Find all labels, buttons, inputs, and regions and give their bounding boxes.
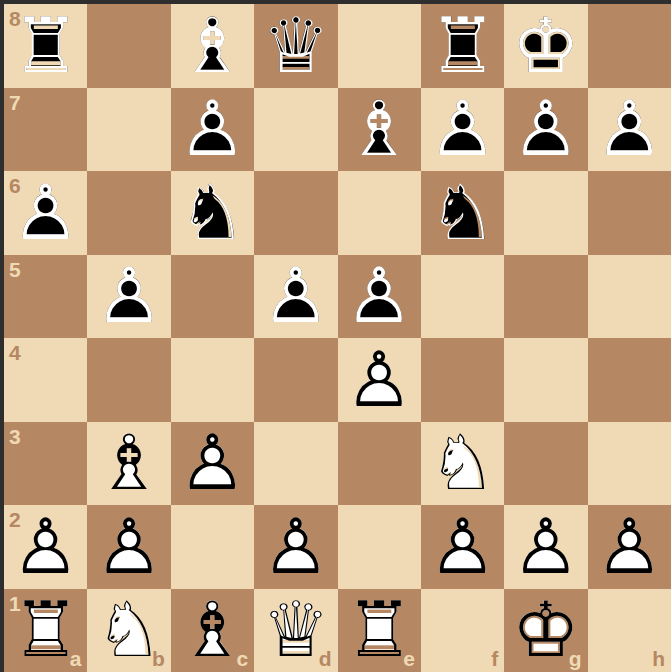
square-a7[interactable]: 7 — [4, 88, 87, 172]
square-a3[interactable]: 3 — [4, 422, 87, 506]
square-f7[interactable]: ♟♙ — [421, 88, 504, 172]
square-g4[interactable] — [504, 338, 587, 422]
square-g6[interactable] — [504, 171, 587, 255]
file-label-h: h — [652, 648, 665, 669]
square-c4[interactable] — [171, 338, 254, 422]
black-knight-icon[interactable]: ♞♘ — [171, 171, 254, 255]
white-pawn-outline: ♙ — [338, 338, 421, 422]
square-f1[interactable]: f — [421, 589, 504, 672]
white-bishop-outline: ♗ — [87, 422, 170, 506]
square-h1[interactable]: h — [588, 589, 671, 672]
white-rook-outline: ♖ — [338, 589, 421, 672]
square-a1[interactable]: 1a♜♖ — [4, 589, 87, 672]
white-rook-outline: ♖ — [4, 589, 87, 672]
white-pawn-icon[interactable]: ♟♙ — [254, 505, 337, 589]
square-d8[interactable]: ♛♕ — [254, 4, 337, 88]
black-pawn-icon[interactable]: ♟♙ — [87, 255, 170, 339]
white-king-icon[interactable]: ♚♔ — [504, 589, 587, 672]
square-d6[interactable] — [254, 171, 337, 255]
square-c3[interactable]: ♟♙ — [171, 422, 254, 506]
square-b7[interactable] — [87, 88, 170, 172]
white-rook-icon[interactable]: ♜♖ — [338, 589, 421, 672]
black-pawn-outline: ♙ — [171, 88, 254, 172]
square-f3[interactable]: ♞♘ — [421, 422, 504, 506]
black-bishop-outline: ♗ — [171, 4, 254, 88]
square-h2[interactable]: ♟♙ — [588, 505, 671, 589]
square-b4[interactable] — [87, 338, 170, 422]
black-king-outline: ♔ — [504, 4, 587, 88]
square-h5[interactable] — [588, 255, 671, 339]
white-knight-icon[interactable]: ♞♘ — [87, 589, 170, 672]
white-pawn-icon[interactable]: ♟♙ — [171, 422, 254, 506]
square-f4[interactable] — [421, 338, 504, 422]
black-king-icon[interactable]: ♚♔ — [504, 4, 587, 88]
white-bishop-icon[interactable]: ♝♗ — [171, 589, 254, 672]
square-e3[interactable] — [338, 422, 421, 506]
rank-label-4: 4 — [9, 342, 21, 363]
square-h4[interactable] — [588, 338, 671, 422]
square-b8[interactable] — [87, 4, 170, 88]
black-pawn-icon[interactable]: ♟♙ — [588, 88, 671, 172]
white-knight-outline: ♘ — [87, 589, 170, 672]
file-label-f: f — [491, 648, 498, 669]
black-pawn-icon[interactable]: ♟♙ — [171, 88, 254, 172]
square-b6[interactable] — [87, 171, 170, 255]
white-queen-icon[interactable]: ♛♕ — [254, 589, 337, 672]
white-pawn-outline: ♙ — [588, 505, 671, 589]
square-a4[interactable]: 4 — [4, 338, 87, 422]
black-queen-outline: ♕ — [254, 4, 337, 88]
square-c2[interactable] — [171, 505, 254, 589]
square-h6[interactable] — [588, 171, 671, 255]
white-bishop-icon[interactable]: ♝♗ — [87, 422, 170, 506]
square-d5[interactable]: ♟♙ — [254, 255, 337, 339]
black-knight-outline: ♘ — [421, 171, 504, 255]
black-pawn-outline: ♙ — [338, 255, 421, 339]
white-king-outline: ♔ — [504, 589, 587, 672]
square-f8[interactable]: ♜♖ — [421, 4, 504, 88]
square-g2[interactable]: ♟♙ — [504, 505, 587, 589]
square-b5[interactable]: ♟♙ — [87, 255, 170, 339]
square-h7[interactable]: ♟♙ — [588, 88, 671, 172]
square-e7[interactable]: ♝♗ — [338, 88, 421, 172]
square-d7[interactable] — [254, 88, 337, 172]
white-pawn-icon[interactable]: ♟♙ — [4, 505, 87, 589]
square-a2[interactable]: 2♟♙ — [4, 505, 87, 589]
square-h8[interactable] — [588, 4, 671, 88]
black-rook-outline: ♖ — [4, 4, 87, 88]
square-h3[interactable] — [588, 422, 671, 506]
square-f6[interactable]: ♞♘ — [421, 171, 504, 255]
white-knight-outline: ♘ — [421, 422, 504, 506]
white-pawn-outline: ♙ — [171, 422, 254, 506]
square-f5[interactable] — [421, 255, 504, 339]
black-rook-icon[interactable]: ♜♖ — [421, 4, 504, 88]
square-c6[interactable]: ♞♘ — [171, 171, 254, 255]
black-knight-icon[interactable]: ♞♘ — [421, 171, 504, 255]
black-pawn-outline: ♙ — [4, 171, 87, 255]
black-rook-outline: ♖ — [421, 4, 504, 88]
square-e2[interactable] — [338, 505, 421, 589]
square-d3[interactable] — [254, 422, 337, 506]
white-pawn-outline: ♙ — [87, 505, 170, 589]
black-pawn-outline: ♙ — [254, 255, 337, 339]
black-bishop-icon[interactable]: ♝♗ — [171, 4, 254, 88]
white-pawn-icon[interactable]: ♟♙ — [87, 505, 170, 589]
square-a5[interactable]: 5 — [4, 255, 87, 339]
square-c5[interactable] — [171, 255, 254, 339]
black-queen-icon[interactable]: ♛♕ — [254, 4, 337, 88]
white-pawn-outline: ♙ — [4, 505, 87, 589]
square-c7[interactable]: ♟♙ — [171, 88, 254, 172]
board-frame: 8♜♖♝♗♛♕♜♖♚♔7♟♙♝♗♟♙♟♙♟♙6♟♙♞♘♞♘5♟♙♟♙♟♙4♟♙3… — [0, 0, 671, 672]
square-g7[interactable]: ♟♙ — [504, 88, 587, 172]
square-f2[interactable]: ♟♙ — [421, 505, 504, 589]
white-pawn-icon[interactable]: ♟♙ — [504, 505, 587, 589]
black-pawn-icon[interactable]: ♟♙ — [421, 88, 504, 172]
rank-label-3: 3 — [9, 426, 21, 447]
black-bishop-outline: ♗ — [338, 88, 421, 172]
square-b3[interactable]: ♝♗ — [87, 422, 170, 506]
rank-label-7: 7 — [9, 92, 21, 113]
black-pawn-outline: ♙ — [588, 88, 671, 172]
white-pawn-icon[interactable]: ♟♙ — [338, 338, 421, 422]
square-e6[interactable] — [338, 171, 421, 255]
square-b1[interactable]: b♞♘ — [87, 589, 170, 672]
black-pawn-icon[interactable]: ♟♙ — [504, 88, 587, 172]
black-pawn-outline: ♙ — [421, 88, 504, 172]
square-g5[interactable] — [504, 255, 587, 339]
rank-label-5: 5 — [9, 259, 21, 280]
square-a8[interactable]: 8♜♖ — [4, 4, 87, 88]
square-d1[interactable]: d♛♕ — [254, 589, 337, 672]
white-knight-icon[interactable]: ♞♘ — [421, 422, 504, 506]
white-pawn-icon[interactable]: ♟♙ — [421, 505, 504, 589]
square-b2[interactable]: ♟♙ — [87, 505, 170, 589]
chess-board: 8♜♖♝♗♛♕♜♖♚♔7♟♙♝♗♟♙♟♙♟♙6♟♙♞♘♞♘5♟♙♟♙♟♙4♟♙3… — [4, 4, 671, 672]
square-g8[interactable]: ♚♔ — [504, 4, 587, 88]
white-pawn-icon[interactable]: ♟♙ — [588, 505, 671, 589]
square-e8[interactable] — [338, 4, 421, 88]
square-d4[interactable] — [254, 338, 337, 422]
black-rook-icon[interactable]: ♜♖ — [4, 4, 87, 88]
black-pawn-icon[interactable]: ♟♙ — [254, 255, 337, 339]
white-bishop-outline: ♗ — [171, 589, 254, 672]
black-pawn-outline: ♙ — [87, 255, 170, 339]
white-pawn-outline: ♙ — [504, 505, 587, 589]
square-g3[interactable] — [504, 422, 587, 506]
black-pawn-icon[interactable]: ♟♙ — [338, 255, 421, 339]
square-g1[interactable]: g♚♔ — [504, 589, 587, 672]
square-e4[interactable]: ♟♙ — [338, 338, 421, 422]
black-pawn-icon[interactable]: ♟♙ — [4, 171, 87, 255]
white-queen-outline: ♕ — [254, 589, 337, 672]
square-a6[interactable]: 6♟♙ — [4, 171, 87, 255]
square-e5[interactable]: ♟♙ — [338, 255, 421, 339]
white-pawn-outline: ♙ — [421, 505, 504, 589]
white-pawn-outline: ♙ — [254, 505, 337, 589]
white-rook-icon[interactable]: ♜♖ — [4, 589, 87, 672]
square-c1[interactable]: c♝♗ — [171, 589, 254, 672]
black-knight-outline: ♘ — [171, 171, 254, 255]
black-pawn-outline: ♙ — [504, 88, 587, 172]
square-e1[interactable]: e♜♖ — [338, 589, 421, 672]
square-d2[interactable]: ♟♙ — [254, 505, 337, 589]
square-c8[interactable]: ♝♗ — [171, 4, 254, 88]
black-bishop-icon[interactable]: ♝♗ — [338, 88, 421, 172]
